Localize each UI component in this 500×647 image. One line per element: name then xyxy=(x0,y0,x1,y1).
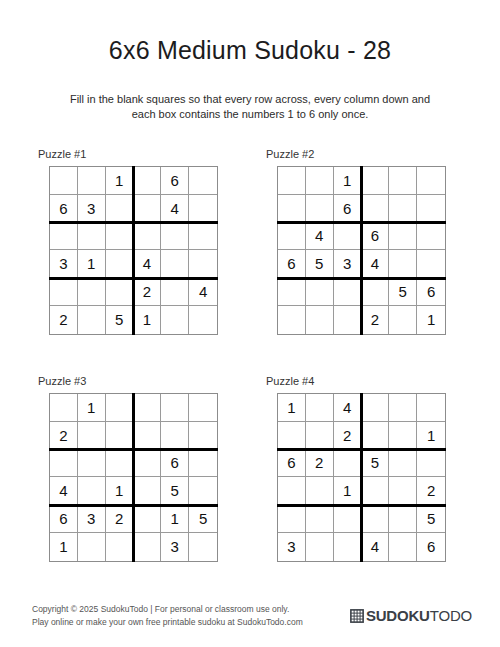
box-divider-horizontal-1 xyxy=(49,448,218,451)
sudoku-cell-r5c3: 2 xyxy=(106,505,134,533)
sudoku-cell-r4c6 xyxy=(189,250,217,278)
puzzle-1-label: Puzzle #1 xyxy=(38,148,228,160)
sudoku-cell-r4c2: 5 xyxy=(306,250,334,278)
logo-text-todo: TODO xyxy=(430,607,472,624)
sudoku-cell-r5c2 xyxy=(306,278,334,306)
sudoku-cell-r3c2 xyxy=(78,449,106,477)
sudoku-cell-r6c1 xyxy=(278,306,306,334)
sudoku-cell-r1c2 xyxy=(306,167,334,195)
sudoku-cell-r2c3: 6 xyxy=(334,195,362,223)
page-title: 6x6 Medium Sudoku - 28 xyxy=(0,0,500,65)
sudoku-cell-r5c3 xyxy=(334,505,362,533)
sudoku-cell-r6c1: 1 xyxy=(50,533,78,561)
sudoku-cell-r6c3 xyxy=(106,533,134,561)
sudoku-cell-r6c5 xyxy=(389,306,417,334)
sudoku-cell-r1c4 xyxy=(134,167,162,195)
sudoku-cell-r3c5 xyxy=(161,222,189,250)
sudoku-cell-r6c4: 4 xyxy=(362,533,390,561)
sudoku-cell-r4c2: 1 xyxy=(78,250,106,278)
sudoku-cell-r2c2 xyxy=(306,195,334,223)
sudoku-cell-r6c4 xyxy=(134,533,162,561)
sudoku-cell-r2c1 xyxy=(278,422,306,450)
sudoku-cell-r1c3: 4 xyxy=(334,394,362,422)
sudoku-cell-r4c1: 3 xyxy=(50,250,78,278)
sudoku-cell-r6c2 xyxy=(78,306,106,334)
sudoku-cell-r2c4 xyxy=(134,422,162,450)
box-divider-horizontal-1 xyxy=(49,221,218,224)
puzzle-2-label: Puzzle #2 xyxy=(266,148,456,160)
sudoku-cell-r6c2 xyxy=(306,533,334,561)
sudoku-cell-r5c4: 2 xyxy=(134,278,162,306)
box-divider-horizontal-2 xyxy=(49,277,218,280)
sudoku-cell-r2c5 xyxy=(389,195,417,223)
sudoku-cell-r2c4 xyxy=(362,422,390,450)
sudoku-cell-r1c1: 1 xyxy=(278,394,306,422)
sudoku-cell-r4c1 xyxy=(278,477,306,505)
sudoku-cell-r1c5 xyxy=(161,394,189,422)
sudoku-cell-r4c4 xyxy=(362,477,390,505)
sudoku-cell-r4c2 xyxy=(306,477,334,505)
sudoku-cell-r1c2: 1 xyxy=(78,394,106,422)
sudoku-cell-r2c6 xyxy=(417,195,445,223)
sudoku-cell-r6c4: 2 xyxy=(362,306,390,334)
sudoku-cell-r5c1 xyxy=(278,505,306,533)
sudoku-cell-r1c4 xyxy=(362,394,390,422)
sudoku-cell-r1c1 xyxy=(50,394,78,422)
sudoku-cell-r1c3 xyxy=(106,394,134,422)
sudoku-cell-r5c5: 5 xyxy=(389,278,417,306)
puzzle-1: Puzzle #1 1663431424251 xyxy=(38,148,228,335)
sudoku-cell-r1c6 xyxy=(417,394,445,422)
sudoku-cell-r2c2 xyxy=(306,422,334,450)
sudoku-cell-r6c6 xyxy=(189,533,217,561)
sudoku-grid-3: 1264156321513 xyxy=(49,393,218,562)
sudoku-cell-r1c4 xyxy=(134,394,162,422)
grid-logo-icon xyxy=(350,609,364,623)
sudoku-cell-r3c6 xyxy=(417,449,445,477)
puzzle-4-label: Puzzle #4 xyxy=(266,375,456,387)
sudoku-cell-r3c4 xyxy=(134,449,162,477)
instructions: Fill in the blank squares so that every … xyxy=(0,92,500,123)
sudoku-cell-r2c4 xyxy=(362,195,390,223)
sudoku-cell-r1c5 xyxy=(389,394,417,422)
sudoku-cell-r2c3 xyxy=(106,422,134,450)
sudoku-cell-r4c4 xyxy=(134,477,162,505)
sudoku-cell-r2c5: 4 xyxy=(161,195,189,223)
instructions-line-2: each box contains the numbers 1 to 6 onl… xyxy=(132,108,369,120)
sudoku-cell-r5c4 xyxy=(362,278,390,306)
sudoku-cell-r6c3: 5 xyxy=(106,306,134,334)
sudoku-cell-r3c6 xyxy=(189,222,217,250)
sudoku-cell-r4c3: 3 xyxy=(334,250,362,278)
sudoku-cell-r5c3 xyxy=(106,278,134,306)
sudoku-cell-r5c1 xyxy=(50,278,78,306)
sudoku-cell-r2c5 xyxy=(389,422,417,450)
sudoku-cell-r1c6 xyxy=(189,394,217,422)
sudoku-cell-r5c1: 6 xyxy=(50,505,78,533)
sudoku-cell-r5c2 xyxy=(78,278,106,306)
sudoku-cell-r3c4 xyxy=(134,222,162,250)
sudoku-cell-r4c3: 1 xyxy=(106,477,134,505)
box-divider-horizontal-2 xyxy=(277,504,446,507)
sudoku-cell-r4c3: 1 xyxy=(334,477,362,505)
copyright-text: Copyright © 2025 SudokuTodo | For person… xyxy=(32,603,303,629)
sudoku-cell-r5c5: 1 xyxy=(161,505,189,533)
sudoku-cell-r3c5 xyxy=(389,222,417,250)
instructions-line-1: Fill in the blank squares so that every … xyxy=(70,93,430,105)
puzzle-4: Puzzle #4 1421625125346 xyxy=(266,375,456,562)
sudoku-cell-r4c2 xyxy=(78,477,106,505)
sudoku-cell-r2c2 xyxy=(78,422,106,450)
sudoku-cell-r2c4 xyxy=(134,195,162,223)
box-divider-horizontal-2 xyxy=(277,277,446,280)
sudoku-cell-r4c4: 4 xyxy=(362,250,390,278)
logo-text-sudoku: SUDOKU xyxy=(366,607,430,624)
sudoku-cell-r1c1 xyxy=(50,167,78,195)
sudoku-cell-r2c6 xyxy=(189,195,217,223)
sudoku-cell-r6c2 xyxy=(306,306,334,334)
footer: Copyright © 2025 SudokuTodo | For person… xyxy=(32,603,472,629)
sudoku-cell-r3c5 xyxy=(389,449,417,477)
sudoku-cell-r3c6 xyxy=(189,449,217,477)
sudoku-cell-r6c2 xyxy=(78,533,106,561)
sudoku-cell-r2c6: 1 xyxy=(417,422,445,450)
sudoku-cell-r6c3 xyxy=(334,306,362,334)
box-divider-horizontal-1 xyxy=(277,221,446,224)
sudoku-cell-r4c6 xyxy=(189,477,217,505)
sudoku-cell-r6c1: 2 xyxy=(50,306,78,334)
sudoku-cell-r2c3: 2 xyxy=(334,422,362,450)
copyright-line-2: Play online or make your own free printa… xyxy=(32,617,303,627)
box-divider-vertical xyxy=(360,393,363,562)
sudoku-cell-r1c5 xyxy=(389,167,417,195)
sudokutodo-logo: SUDOKUTODO xyxy=(350,607,472,624)
sudoku-cell-r5c2 xyxy=(306,505,334,533)
sudoku-cell-r6c4: 1 xyxy=(134,306,162,334)
box-divider-vertical xyxy=(132,393,135,562)
sudoku-cell-r4c6 xyxy=(417,250,445,278)
sudoku-cell-r4c1: 4 xyxy=(50,477,78,505)
sudoku-cell-r3c3 xyxy=(334,222,362,250)
sudoku-cell-r3c6 xyxy=(417,222,445,250)
sudoku-cell-r4c5 xyxy=(389,250,417,278)
puzzle-2: Puzzle #2 164665345621 xyxy=(266,148,456,335)
sudoku-grid-1: 1663431424251 xyxy=(49,166,218,335)
sudoku-cell-r5c5 xyxy=(389,505,417,533)
sudoku-cell-r6c3 xyxy=(334,533,362,561)
sudoku-cell-r1c6 xyxy=(189,167,217,195)
sudoku-cell-r1c6 xyxy=(417,167,445,195)
sudoku-cell-r3c1 xyxy=(50,449,78,477)
sudoku-cell-r1c1 xyxy=(278,167,306,195)
sudoku-cell-r3c3 xyxy=(106,222,134,250)
sudoku-cell-r6c5 xyxy=(389,533,417,561)
sudoku-cell-r3c3 xyxy=(106,449,134,477)
box-divider-horizontal-2 xyxy=(49,504,218,507)
sudoku-cell-r2c1: 6 xyxy=(50,195,78,223)
sudoku-cell-r2c1 xyxy=(278,195,306,223)
sudoku-cell-r6c6 xyxy=(189,306,217,334)
sudoku-cell-r5c6: 5 xyxy=(417,505,445,533)
sudoku-cell-r4c1: 6 xyxy=(278,250,306,278)
sudoku-cell-r1c2 xyxy=(306,394,334,422)
sudoku-cell-r5c4 xyxy=(362,505,390,533)
sudoku-cell-r3c3 xyxy=(334,449,362,477)
sudoku-cell-r5c6: 5 xyxy=(189,505,217,533)
sudoku-grid-4: 1421625125346 xyxy=(277,393,446,562)
sudoku-cell-r6c5 xyxy=(161,306,189,334)
sudoku-cell-r6c6: 6 xyxy=(417,533,445,561)
sudoku-cell-r1c5: 6 xyxy=(161,167,189,195)
sudoku-cell-r5c4 xyxy=(134,505,162,533)
sudoku-cell-r3c4: 5 xyxy=(362,449,390,477)
sudoku-cell-r5c5 xyxy=(161,278,189,306)
box-divider-horizontal-1 xyxy=(277,448,446,451)
sudoku-cell-r4c5 xyxy=(161,250,189,278)
sudoku-cell-r6c6: 1 xyxy=(417,306,445,334)
sudoku-cell-r1c3: 1 xyxy=(334,167,362,195)
sudoku-cell-r2c5 xyxy=(161,422,189,450)
page: 6x6 Medium Sudoku - 28 Fill in the blank… xyxy=(0,0,500,647)
sudoku-cell-r1c3: 1 xyxy=(106,167,134,195)
logo-text: SUDOKUTODO xyxy=(366,607,472,624)
box-divider-vertical xyxy=(132,166,135,335)
sudoku-cell-r4c6: 2 xyxy=(417,477,445,505)
puzzle-3: Puzzle #3 1264156321513 xyxy=(38,375,228,562)
sudoku-cell-r4c3 xyxy=(106,250,134,278)
sudoku-cell-r2c1: 2 xyxy=(50,422,78,450)
sudoku-cell-r3c4: 6 xyxy=(362,222,390,250)
sudoku-cell-r5c1 xyxy=(278,278,306,306)
sudoku-cell-r4c5 xyxy=(389,477,417,505)
sudoku-cell-r4c5: 5 xyxy=(161,477,189,505)
sudoku-grid-2: 164665345621 xyxy=(277,166,446,335)
sudoku-cell-r6c1: 3 xyxy=(278,533,306,561)
sudoku-cell-r3c1 xyxy=(278,222,306,250)
sudoku-cell-r3c2: 4 xyxy=(306,222,334,250)
sudoku-cell-r5c2: 3 xyxy=(78,505,106,533)
sudoku-cell-r2c3 xyxy=(106,195,134,223)
sudoku-cell-r5c6: 6 xyxy=(417,278,445,306)
sudoku-cell-r2c2: 3 xyxy=(78,195,106,223)
sudoku-cell-r4c4: 4 xyxy=(134,250,162,278)
sudoku-cell-r1c4 xyxy=(362,167,390,195)
sudoku-cell-r3c2: 2 xyxy=(306,449,334,477)
box-divider-vertical xyxy=(360,166,363,335)
sudoku-cell-r3c1: 6 xyxy=(278,449,306,477)
sudoku-cell-r5c3 xyxy=(334,278,362,306)
sudoku-cell-r1c2 xyxy=(78,167,106,195)
sudoku-cell-r2c6 xyxy=(189,422,217,450)
sudoku-cell-r3c5: 6 xyxy=(161,449,189,477)
sudoku-cell-r5c6: 4 xyxy=(189,278,217,306)
copyright-line-1: Copyright © 2025 SudokuTodo | For person… xyxy=(32,604,289,614)
sudoku-cell-r3c2 xyxy=(78,222,106,250)
puzzle-3-label: Puzzle #3 xyxy=(38,375,228,387)
sudoku-cell-r6c5: 3 xyxy=(161,533,189,561)
sudoku-cell-r3c1 xyxy=(50,222,78,250)
puzzles-area: Puzzle #1 1663431424251 Puzzle #2 164665… xyxy=(0,148,500,562)
